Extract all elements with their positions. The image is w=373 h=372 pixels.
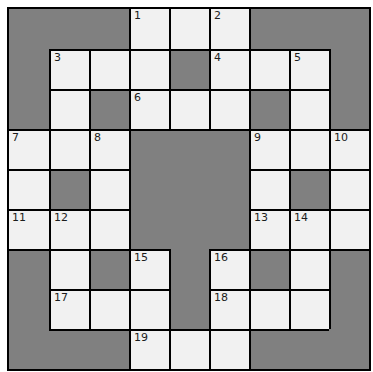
- clue-number-9: 9: [254, 132, 261, 145]
- clue-number-3: 3: [54, 52, 61, 65]
- clue-number-19: 19: [134, 332, 148, 345]
- clue-number-4: 4: [214, 52, 221, 65]
- cell-r6c3[interactable]: 15: [129, 249, 169, 289]
- cell-r4c8[interactable]: [329, 169, 369, 209]
- block-r4c3: [129, 169, 169, 209]
- cell-r7c3[interactable]: [129, 289, 169, 329]
- block-r0c2: [89, 9, 129, 49]
- block-r7c4: [169, 289, 209, 329]
- block-r1c4: [169, 49, 209, 89]
- cell-r1c6[interactable]: [249, 49, 289, 89]
- cell-r2c3[interactable]: 6: [129, 89, 169, 129]
- cell-r5c1[interactable]: 12: [49, 209, 89, 249]
- block-r4c1: [49, 169, 89, 209]
- cell-r3c8[interactable]: 10: [329, 129, 369, 169]
- cell-r3c0[interactable]: 7: [9, 129, 49, 169]
- cell-r8c4[interactable]: [169, 329, 209, 369]
- block-r6c6: [249, 249, 289, 289]
- clue-number-2: 2: [214, 10, 221, 23]
- cell-r7c6[interactable]: [249, 289, 289, 329]
- block-r4c5: [209, 169, 249, 209]
- clue-number-13: 13: [254, 212, 268, 225]
- cell-r5c7[interactable]: 14: [289, 209, 329, 249]
- block-r8c7: [289, 329, 329, 369]
- block-r3c4: [169, 129, 209, 169]
- clue-number-16: 16: [214, 252, 228, 265]
- clue-number-6: 6: [134, 92, 141, 105]
- cell-r5c2[interactable]: [89, 209, 129, 249]
- clue-number-5: 5: [294, 52, 301, 65]
- block-r6c4: [169, 249, 209, 289]
- block-r8c6: [249, 329, 289, 369]
- block-r4c4: [169, 169, 209, 209]
- clue-number-1: 1: [134, 10, 141, 23]
- cell-r1c7[interactable]: 5: [289, 49, 329, 89]
- clue-number-8: 8: [94, 132, 101, 145]
- cell-r2c7[interactable]: [289, 89, 329, 129]
- cell-r7c7[interactable]: [289, 289, 329, 329]
- block-r8c2: [89, 329, 129, 369]
- cell-r3c2[interactable]: 8: [89, 129, 129, 169]
- cell-r5c8[interactable]: [329, 209, 369, 249]
- cell-r7c1[interactable]: 17: [49, 289, 89, 329]
- block-r7c8: [329, 289, 369, 329]
- block-r0c6: [249, 9, 289, 49]
- cell-r7c2[interactable]: [89, 289, 129, 329]
- cell-r0c3[interactable]: 1: [129, 9, 169, 49]
- cell-r3c6[interactable]: 9: [249, 129, 289, 169]
- clue-number-18: 18: [214, 292, 228, 305]
- cell-r0c5[interactable]: 2: [209, 9, 249, 49]
- cell-r5c0[interactable]: 11: [9, 209, 49, 249]
- cell-r7c5[interactable]: 18: [209, 289, 249, 329]
- block-r5c5: [209, 209, 249, 249]
- cell-r6c7[interactable]: [289, 249, 329, 289]
- clue-number-15: 15: [134, 252, 148, 265]
- block-r2c6: [249, 89, 289, 129]
- block-r3c5: [209, 129, 249, 169]
- cell-r4c2[interactable]: [89, 169, 129, 209]
- cell-r5c6[interactable]: 13: [249, 209, 289, 249]
- block-r2c0: [9, 89, 49, 129]
- block-r0c1: [49, 9, 89, 49]
- block-r2c8: [329, 89, 369, 129]
- block-r5c3: [129, 209, 169, 249]
- block-r6c2: [89, 249, 129, 289]
- clue-number-14: 14: [294, 212, 308, 225]
- cell-r1c5[interactable]: 4: [209, 49, 249, 89]
- block-r0c8: [329, 9, 369, 49]
- block-r2c2: [89, 89, 129, 129]
- page-background: { "game": "crossword", "board": { "rows"…: [0, 0, 373, 372]
- cell-r3c1[interactable]: [49, 129, 89, 169]
- cell-r1c3[interactable]: [129, 49, 169, 89]
- clue-number-17: 17: [54, 292, 68, 305]
- clue-number-10: 10: [334, 132, 348, 145]
- block-r0c0: [9, 9, 49, 49]
- cell-r2c4[interactable]: [169, 89, 209, 129]
- block-r8c8: [329, 329, 369, 369]
- cell-r2c1[interactable]: [49, 89, 89, 129]
- block-r5c4: [169, 209, 209, 249]
- block-r3c3: [129, 129, 169, 169]
- block-r6c0: [9, 249, 49, 289]
- block-r4c7: [289, 169, 329, 209]
- block-r7c0: [9, 289, 49, 329]
- cell-r4c0[interactable]: [9, 169, 49, 209]
- block-r1c8: [329, 49, 369, 89]
- block-r0c7: [289, 9, 329, 49]
- cell-r3c7[interactable]: [289, 129, 329, 169]
- cell-r6c5[interactable]: 16: [209, 249, 249, 289]
- clue-number-11: 11: [12, 212, 26, 225]
- block-r8c0: [9, 329, 49, 369]
- clue-number-7: 7: [12, 132, 19, 145]
- cell-r0c4[interactable]: [169, 9, 209, 49]
- cell-r1c1[interactable]: 3: [49, 49, 89, 89]
- cell-r8c3[interactable]: 19: [129, 329, 169, 369]
- cell-r2c5[interactable]: [209, 89, 249, 129]
- cell-r4c6[interactable]: [249, 169, 289, 209]
- cell-r1c2[interactable]: [89, 49, 129, 89]
- block-r1c0: [9, 49, 49, 89]
- cell-r8c5[interactable]: [209, 329, 249, 369]
- cell-r6c1[interactable]: [49, 249, 89, 289]
- block-r8c1: [49, 329, 89, 369]
- crossword-board: 12345678910111213141516171819: [7, 7, 371, 371]
- block-r6c8: [329, 249, 369, 289]
- clue-number-12: 12: [54, 212, 68, 225]
